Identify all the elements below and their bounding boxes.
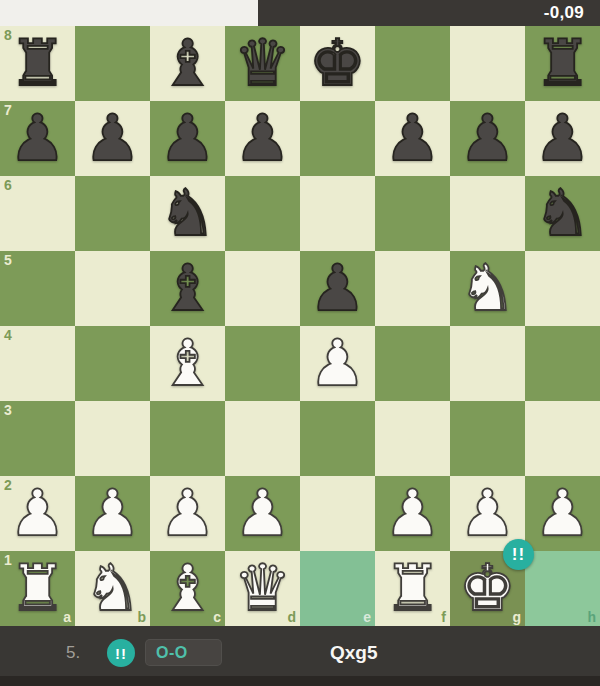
- square-h4[interactable]: [525, 326, 600, 401]
- file-label-e: e: [363, 610, 371, 624]
- square-h2[interactable]: ♟: [525, 476, 600, 551]
- square-c6[interactable]: ♞: [150, 176, 225, 251]
- square-a6[interactable]: 6: [0, 176, 75, 251]
- square-b4[interactable]: [75, 326, 150, 401]
- brilliant-move-icon: !!: [107, 639, 135, 667]
- white-knight[interactable]: ♞: [450, 251, 525, 326]
- move-bar: 5. !! O-O Qxg5: [0, 626, 600, 686]
- square-f7[interactable]: ♟: [375, 101, 450, 176]
- black-pawn[interactable]: ♟: [450, 101, 525, 176]
- square-e3[interactable]: [300, 401, 375, 476]
- black-queen[interactable]: ♛: [225, 26, 300, 101]
- white-rook[interactable]: ♜: [375, 551, 450, 626]
- square-e2[interactable]: [300, 476, 375, 551]
- white-bishop[interactable]: ♝: [150, 551, 225, 626]
- square-c3[interactable]: [150, 401, 225, 476]
- white-pawn[interactable]: ♟: [75, 476, 150, 551]
- square-h5[interactable]: [525, 251, 600, 326]
- white-pawn[interactable]: ♟: [150, 476, 225, 551]
- white-rook[interactable]: ♜: [0, 551, 75, 626]
- black-knight[interactable]: ♞: [525, 176, 600, 251]
- square-g8[interactable]: [450, 26, 525, 101]
- rank-label-4: 4: [4, 328, 12, 342]
- square-e7[interactable]: [300, 101, 375, 176]
- square-a1[interactable]: 1a♜: [0, 551, 75, 626]
- square-f5[interactable]: [375, 251, 450, 326]
- black-rook[interactable]: ♜: [525, 26, 600, 101]
- square-f6[interactable]: [375, 176, 450, 251]
- rank-label-6: 6: [4, 178, 12, 192]
- square-e4[interactable]: ♟: [300, 326, 375, 401]
- square-f2[interactable]: ♟: [375, 476, 450, 551]
- square-h1[interactable]: h: [525, 551, 600, 626]
- square-a7[interactable]: 7♟: [0, 101, 75, 176]
- white-pawn[interactable]: ♟: [0, 476, 75, 551]
- square-a5[interactable]: 5: [0, 251, 75, 326]
- square-g6[interactable]: [450, 176, 525, 251]
- square-d3[interactable]: [225, 401, 300, 476]
- white-knight[interactable]: ♞: [75, 551, 150, 626]
- square-b6[interactable]: [75, 176, 150, 251]
- evaluation-bar: -0,09: [0, 0, 600, 26]
- black-rook[interactable]: ♜: [0, 26, 75, 101]
- black-pawn[interactable]: ♟: [75, 101, 150, 176]
- square-e6[interactable]: [300, 176, 375, 251]
- square-g5[interactable]: ♞: [450, 251, 525, 326]
- square-e5[interactable]: ♟: [300, 251, 375, 326]
- move-number: 5.: [66, 639, 80, 667]
- square-b5[interactable]: [75, 251, 150, 326]
- square-b2[interactable]: ♟: [75, 476, 150, 551]
- chess-board[interactable]: 8♜♝♛♚♜7♟♟♟♟♟♟♟6♞♞5♝♟♞4♝♟32♟♟♟♟♟♟♟1a♜b♞c♝…: [0, 26, 600, 626]
- square-d1[interactable]: d♛: [225, 551, 300, 626]
- square-a8[interactable]: 8♜: [0, 26, 75, 101]
- square-b1[interactable]: b♞: [75, 551, 150, 626]
- square-e8[interactable]: ♚: [300, 26, 375, 101]
- square-g7[interactable]: ♟: [450, 101, 525, 176]
- black-knight[interactable]: ♞: [150, 176, 225, 251]
- square-b8[interactable]: [75, 26, 150, 101]
- square-d7[interactable]: ♟: [225, 101, 300, 176]
- white-queen[interactable]: ♛: [225, 551, 300, 626]
- white-pawn[interactable]: ♟: [225, 476, 300, 551]
- square-h3[interactable]: [525, 401, 600, 476]
- white-pawn[interactable]: ♟: [525, 476, 600, 551]
- square-c2[interactable]: ♟: [150, 476, 225, 551]
- brilliant-badge: !!: [503, 539, 534, 570]
- white-pawn[interactable]: ♟: [300, 326, 375, 401]
- white-move-button[interactable]: O-O: [145, 639, 222, 666]
- evaluation-score: -0,09: [544, 0, 584, 26]
- black-bishop[interactable]: ♝: [150, 26, 225, 101]
- bottom-strip: [0, 676, 600, 686]
- evaluation-bar-white-portion: [0, 0, 258, 26]
- square-h7[interactable]: ♟: [525, 101, 600, 176]
- square-g1[interactable]: g♚!!: [450, 551, 525, 626]
- square-a2[interactable]: 2♟: [0, 476, 75, 551]
- square-b3[interactable]: [75, 401, 150, 476]
- square-c5[interactable]: ♝: [150, 251, 225, 326]
- square-f3[interactable]: [375, 401, 450, 476]
- black-pawn[interactable]: ♟: [375, 101, 450, 176]
- black-pawn[interactable]: ♟: [525, 101, 600, 176]
- black-pawn[interactable]: ♟: [300, 251, 375, 326]
- black-pawn[interactable]: ♟: [0, 101, 75, 176]
- square-f1[interactable]: f♜: [375, 551, 450, 626]
- square-g4[interactable]: [450, 326, 525, 401]
- square-c7[interactable]: ♟: [150, 101, 225, 176]
- square-h8[interactable]: ♜: [525, 26, 600, 101]
- square-d2[interactable]: ♟: [225, 476, 300, 551]
- square-g3[interactable]: [450, 401, 525, 476]
- square-c1[interactable]: c♝: [150, 551, 225, 626]
- square-d8[interactable]: ♛: [225, 26, 300, 101]
- chess-app: -0,09 8♜♝♛♚♜7♟♟♟♟♟♟♟6♞♞5♝♟♞4♝♟32♟♟♟♟♟♟♟1…: [0, 0, 600, 686]
- square-d6[interactable]: [225, 176, 300, 251]
- black-bishop[interactable]: ♝: [150, 251, 225, 326]
- black-pawn[interactable]: ♟: [225, 101, 300, 176]
- white-pawn[interactable]: ♟: [375, 476, 450, 551]
- white-bishop[interactable]: ♝: [150, 326, 225, 401]
- square-d5[interactable]: [225, 251, 300, 326]
- square-a3[interactable]: 3: [0, 401, 75, 476]
- square-d4[interactable]: [225, 326, 300, 401]
- black-king[interactable]: ♚: [300, 26, 375, 101]
- file-label-h: h: [587, 610, 596, 624]
- square-f4[interactable]: [375, 326, 450, 401]
- square-h6[interactable]: ♞: [525, 176, 600, 251]
- black-move-button[interactable]: Qxg5: [330, 639, 378, 667]
- square-e1[interactable]: e: [300, 551, 375, 626]
- square-c8[interactable]: ♝: [150, 26, 225, 101]
- square-a4[interactable]: 4: [0, 326, 75, 401]
- square-f8[interactable]: [375, 26, 450, 101]
- square-b7[interactable]: ♟: [75, 101, 150, 176]
- black-pawn[interactable]: ♟: [150, 101, 225, 176]
- rank-label-3: 3: [4, 403, 12, 417]
- square-c4[interactable]: ♝: [150, 326, 225, 401]
- rank-label-5: 5: [4, 253, 12, 267]
- white-move-label: O-O: [156, 644, 188, 662]
